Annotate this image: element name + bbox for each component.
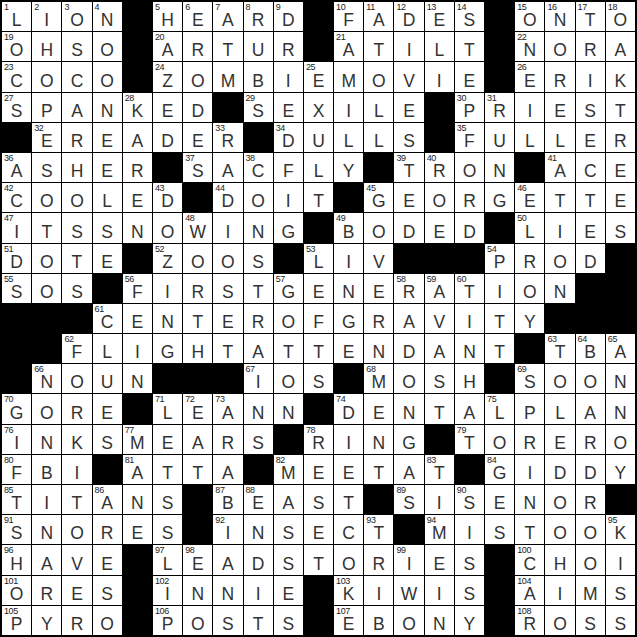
cell-r17c8[interactable]: 87B — [213, 485, 242, 514]
cell-r8c1[interactable]: 47I — [2, 213, 31, 242]
cell-r1c7[interactable]: 6E — [183, 2, 212, 31]
cell-r3c6[interactable]: 24Z — [153, 62, 182, 91]
cell-r9c19[interactable]: O — [545, 244, 574, 273]
cell-r6c21[interactable]: E — [606, 153, 635, 182]
cell-r2c16[interactable]: T — [455, 32, 484, 61]
cell-r16c3[interactable]: I — [62, 455, 91, 484]
cell-r9c18[interactable]: R — [515, 244, 544, 273]
cell-r5c16[interactable]: 35F — [455, 123, 484, 152]
cell-r7c16[interactable]: R — [455, 183, 484, 212]
cell-r6c7[interactable]: 37S — [183, 153, 212, 182]
cell-r20c12[interactable]: 103K — [334, 576, 363, 605]
cell-r17c10[interactable]: A — [274, 485, 303, 514]
cell-r2c13[interactable]: T — [364, 32, 393, 61]
cell-r10c17[interactable]: I — [485, 274, 514, 303]
cell-r14c6[interactable]: 71L — [153, 394, 182, 423]
cell-r19c4[interactable]: E — [93, 545, 122, 574]
cell-r13c3[interactable]: O — [62, 364, 91, 393]
cell-r18c6[interactable]: S — [153, 515, 182, 544]
cell-r20c9[interactable]: I — [244, 576, 273, 605]
cell-r11c14[interactable]: A — [394, 304, 423, 333]
cell-r5c12[interactable]: L — [334, 123, 363, 152]
cell-r17c1[interactable]: 85T — [2, 485, 31, 514]
cell-r21c21[interactable]: S — [606, 606, 635, 635]
cell-r3c12[interactable]: M — [334, 62, 363, 91]
cell-r19c9[interactable]: D — [244, 545, 273, 574]
cell-r7c11[interactable]: T — [304, 183, 333, 212]
cell-r5c11[interactable]: U — [304, 123, 333, 152]
cell-r12c14[interactable]: D — [394, 334, 423, 363]
cell-r2c21[interactable]: A — [606, 32, 635, 61]
cell-r19c19[interactable]: H — [545, 545, 574, 574]
cell-r12c15[interactable]: A — [425, 334, 454, 363]
cell-r14c14[interactable]: N — [394, 394, 423, 423]
cell-r9c11[interactable]: 53L — [304, 244, 333, 273]
cell-r21c16[interactable]: Y — [455, 606, 484, 635]
cell-r3c2[interactable]: O — [32, 62, 61, 91]
cell-r2c14[interactable]: I — [394, 32, 423, 61]
cell-r13c11[interactable]: S — [304, 364, 333, 393]
cell-r18c5[interactable]: E — [123, 515, 152, 544]
cell-r4c18[interactable]: I — [515, 93, 544, 122]
cell-r9c6[interactable]: 52Z — [153, 244, 182, 273]
cell-r11c7[interactable]: T — [183, 304, 212, 333]
cell-r6c5[interactable]: R — [123, 153, 152, 182]
cell-r1c18[interactable]: 15O — [515, 2, 544, 31]
cell-r1c6[interactable]: 5H — [153, 2, 182, 31]
cell-r21c2[interactable]: Y — [32, 606, 61, 635]
cell-r1c19[interactable]: 16N — [545, 2, 574, 31]
cell-r21c15[interactable]: N — [425, 606, 454, 635]
cell-r15c9[interactable]: S — [244, 425, 273, 454]
cell-r17c18[interactable]: N — [515, 485, 544, 514]
cell-r5c19[interactable]: L — [545, 123, 574, 152]
cell-r21c8[interactable]: S — [213, 606, 242, 635]
cell-r15c21[interactable]: O — [606, 425, 635, 454]
cell-r3c21[interactable]: K — [606, 62, 635, 91]
cell-r3c11[interactable]: 25E — [304, 62, 333, 91]
cell-r15c6[interactable]: E — [153, 425, 182, 454]
cell-r14c13[interactable]: E — [364, 394, 393, 423]
cell-r16c20[interactable]: D — [576, 455, 605, 484]
cell-r19c21[interactable]: I — [606, 545, 635, 574]
cell-r7c21[interactable]: E — [606, 183, 635, 212]
cell-r12c3[interactable]: 62F — [62, 334, 91, 363]
cell-r3c20[interactable]: I — [576, 62, 605, 91]
cell-r20c8[interactable]: N — [213, 576, 242, 605]
cell-r1c15[interactable]: 13E — [425, 2, 454, 31]
cell-r21c7[interactable]: O — [183, 606, 212, 635]
cell-r5c10[interactable]: 34D — [274, 123, 303, 152]
cell-r17c11[interactable]: S — [304, 485, 333, 514]
cell-r19c2[interactable]: A — [32, 545, 61, 574]
cell-r10c14[interactable]: 58R — [394, 274, 423, 303]
cell-r8c10[interactable]: G — [274, 213, 303, 242]
cell-r14c17[interactable]: 75L — [485, 394, 514, 423]
cell-r20c6[interactable]: 102I — [153, 576, 182, 605]
cell-r3c9[interactable]: B — [244, 62, 273, 91]
cell-r17c9[interactable]: 88E — [244, 485, 273, 514]
cell-r12c12[interactable]: E — [334, 334, 363, 363]
cell-r10c6[interactable]: I — [153, 274, 182, 303]
cell-r8c8[interactable]: I — [213, 213, 242, 242]
cell-r9c3[interactable]: T — [62, 244, 91, 273]
cell-r9c20[interactable]: D — [576, 244, 605, 273]
cell-r10c7[interactable]: R — [183, 274, 212, 303]
cell-r1c20[interactable]: 17T — [576, 2, 605, 31]
cell-r6c11[interactable]: L — [304, 153, 333, 182]
cell-r4c4[interactable]: N — [93, 93, 122, 122]
cell-r16c6[interactable]: T — [153, 455, 182, 484]
cell-r4c1[interactable]: 27S — [2, 93, 31, 122]
cell-r7c3[interactable]: O — [62, 183, 91, 212]
cell-r12c10[interactable]: T — [274, 334, 303, 363]
cell-r7c1[interactable]: 42C — [2, 183, 31, 212]
cell-r14c20[interactable]: A — [576, 394, 605, 423]
cell-r12c5[interactable]: I — [123, 334, 152, 363]
cell-r2c10[interactable]: R — [274, 32, 303, 61]
cell-r15c2[interactable]: N — [32, 425, 61, 454]
cell-r18c11[interactable]: E — [304, 515, 333, 544]
cell-r13c19[interactable]: O — [545, 364, 574, 393]
cell-r21c13[interactable]: B — [364, 606, 393, 635]
cell-r10c19[interactable]: N — [545, 274, 574, 303]
cell-r19c16[interactable]: S — [455, 545, 484, 574]
cell-r20c1[interactable]: 101O — [2, 576, 31, 605]
cell-r15c5[interactable]: 77M — [123, 425, 152, 454]
cell-r15c4[interactable]: S — [93, 425, 122, 454]
cell-r4c14[interactable]: E — [394, 93, 423, 122]
cell-r14c19[interactable]: L — [545, 394, 574, 423]
cell-r11c15[interactable]: V — [425, 304, 454, 333]
cell-r9c7[interactable]: O — [183, 244, 212, 273]
cell-r8c2[interactable]: T — [32, 213, 61, 242]
cell-r13c18[interactable]: 69S — [515, 364, 544, 393]
cell-r1c10[interactable]: 9D — [274, 2, 303, 31]
cell-r6c8[interactable]: A — [213, 153, 242, 182]
cell-r7c9[interactable]: O — [244, 183, 273, 212]
cell-r5c3[interactable]: R — [62, 123, 91, 152]
cell-r16c11[interactable]: E — [304, 455, 333, 484]
cell-r19c14[interactable]: 99I — [394, 545, 423, 574]
cell-r16c17[interactable]: 84G — [485, 455, 514, 484]
cell-r2c18[interactable]: 22N — [515, 32, 544, 61]
cell-r1c2[interactable]: 2I — [32, 2, 61, 31]
cell-r11c18[interactable]: Y — [515, 304, 544, 333]
cell-r12c20[interactable]: 64B — [576, 334, 605, 363]
cell-r6c1[interactable]: 36A — [2, 153, 31, 182]
cell-r8c4[interactable]: S — [93, 213, 122, 242]
cell-r3c18[interactable]: 26E — [515, 62, 544, 91]
cell-r18c9[interactable]: N — [244, 515, 273, 544]
cell-r21c6[interactable]: 106P — [153, 606, 182, 635]
cell-r20c7[interactable]: N — [183, 576, 212, 605]
cell-r12c6[interactable]: G — [153, 334, 182, 363]
cell-r8c13[interactable]: O — [364, 213, 393, 242]
cell-r15c12[interactable]: I — [334, 425, 363, 454]
cell-r14c3[interactable]: R — [62, 394, 91, 423]
cell-r11c4[interactable]: 61C — [93, 304, 122, 333]
cell-r17c14[interactable]: 89S — [394, 485, 423, 514]
cell-r7c8[interactable]: 44D — [213, 183, 242, 212]
cell-r16c15[interactable]: 83T — [425, 455, 454, 484]
cell-r15c8[interactable]: R — [213, 425, 242, 454]
cell-r4c6[interactable]: E — [153, 93, 182, 122]
cell-r13c2[interactable]: 66N — [32, 364, 61, 393]
cell-r9c13[interactable]: V — [364, 244, 393, 273]
cell-r13c16[interactable]: H — [455, 364, 484, 393]
cell-r8c9[interactable]: N — [244, 213, 273, 242]
cell-r18c4[interactable]: R — [93, 515, 122, 544]
cell-r21c19[interactable]: O — [545, 606, 574, 635]
cell-r10c8[interactable]: S — [213, 274, 242, 303]
cell-r5c4[interactable]: E — [93, 123, 122, 152]
cell-r10c5[interactable]: 56F — [123, 274, 152, 303]
cell-r18c15[interactable]: 94M — [425, 515, 454, 544]
cell-r5c21[interactable]: R — [606, 123, 635, 152]
cell-r1c14[interactable]: 12D — [394, 2, 423, 31]
cell-r12c21[interactable]: 65A — [606, 334, 635, 363]
cell-r12c19[interactable]: 63T — [545, 334, 574, 363]
cell-r2c8[interactable]: T — [213, 32, 242, 61]
cell-r9c12[interactable]: I — [334, 244, 363, 273]
cell-r9c1[interactable]: 51D — [2, 244, 31, 273]
cell-r13c15[interactable]: S — [425, 364, 454, 393]
cell-r16c14[interactable]: A — [394, 455, 423, 484]
cell-r11c11[interactable]: F — [304, 304, 333, 333]
cell-r11c10[interactable]: O — [274, 304, 303, 333]
cell-r7c2[interactable]: O — [32, 183, 61, 212]
cell-r10c10[interactable]: 57G — [274, 274, 303, 303]
cell-r11c6[interactable]: N — [153, 304, 182, 333]
cell-r7c20[interactable]: T — [576, 183, 605, 212]
cell-r12c8[interactable]: T — [213, 334, 242, 363]
cell-r19c20[interactable]: O — [576, 545, 605, 574]
cell-r6c14[interactable]: 39T — [394, 153, 423, 182]
cell-r7c15[interactable]: O — [425, 183, 454, 212]
cell-r5c20[interactable]: E — [576, 123, 605, 152]
cell-r7c18[interactable]: 46E — [515, 183, 544, 212]
cell-r19c3[interactable]: V — [62, 545, 91, 574]
cell-r6c17[interactable]: N — [485, 153, 514, 182]
cell-r8c5[interactable]: N — [123, 213, 152, 242]
cell-r21c20[interactable]: S — [576, 606, 605, 635]
cell-r10c9[interactable]: T — [244, 274, 273, 303]
cell-r13c14[interactable]: O — [394, 364, 423, 393]
cell-r4c10[interactable]: E — [274, 93, 303, 122]
cell-r11c16[interactable]: I — [455, 304, 484, 333]
cell-r1c13[interactable]: 11A — [364, 2, 393, 31]
cell-r15c20[interactable]: R — [576, 425, 605, 454]
cell-r6c16[interactable]: O — [455, 153, 484, 182]
cell-r11c9[interactable]: R — [244, 304, 273, 333]
cell-r6c2[interactable]: S — [32, 153, 61, 182]
cell-r5c14[interactable]: S — [394, 123, 423, 152]
cell-r16c8[interactable]: A — [213, 455, 242, 484]
cell-r15c13[interactable]: N — [364, 425, 393, 454]
cell-r15c17[interactable]: O — [485, 425, 514, 454]
cell-r9c9[interactable]: S — [244, 244, 273, 273]
cell-r15c3[interactable]: K — [62, 425, 91, 454]
cell-r8c20[interactable]: E — [576, 213, 605, 242]
cell-r18c2[interactable]: N — [32, 515, 61, 544]
cell-r2c4[interactable]: O — [93, 32, 122, 61]
cell-r19c13[interactable]: R — [364, 545, 393, 574]
cell-r18c19[interactable]: O — [545, 515, 574, 544]
cell-r14c1[interactable]: 70G — [2, 394, 31, 423]
cell-r18c17[interactable]: S — [485, 515, 514, 544]
cell-r11c13[interactable]: R — [364, 304, 393, 333]
cell-r14c2[interactable]: O — [32, 394, 61, 423]
cell-r18c16[interactable]: I — [455, 515, 484, 544]
cell-r2c2[interactable]: H — [32, 32, 61, 61]
cell-r10c13[interactable]: E — [364, 274, 393, 303]
cell-r15c11[interactable]: 78R — [304, 425, 333, 454]
cell-r20c10[interactable]: E — [274, 576, 303, 605]
cell-r4c16[interactable]: 30P — [455, 93, 484, 122]
cell-r18c12[interactable]: C — [334, 515, 363, 544]
cell-r4c11[interactable]: X — [304, 93, 333, 122]
cell-r11c8[interactable]: E — [213, 304, 242, 333]
cell-r2c9[interactable]: U — [244, 32, 273, 61]
cell-r3c13[interactable]: O — [364, 62, 393, 91]
cell-r4c12[interactable]: I — [334, 93, 363, 122]
cell-r1c3[interactable]: 3O — [62, 2, 91, 31]
cell-r2c7[interactable]: R — [183, 32, 212, 61]
cell-r17c15[interactable]: I — [425, 485, 454, 514]
cell-r14c10[interactable]: N — [274, 394, 303, 423]
cell-r5c2[interactable]: 32E — [32, 123, 61, 152]
cell-r4c21[interactable]: T — [606, 93, 635, 122]
cell-r5c7[interactable]: E — [183, 123, 212, 152]
cell-r14c9[interactable]: N — [244, 394, 273, 423]
cell-r6c12[interactable]: Y — [334, 153, 363, 182]
cell-r9c2[interactable]: O — [32, 244, 61, 273]
cell-r16c5[interactable]: 81A — [123, 455, 152, 484]
cell-r16c12[interactable]: E — [334, 455, 363, 484]
cell-r10c1[interactable]: 55S — [2, 274, 31, 303]
cell-r6c20[interactable]: C — [576, 153, 605, 182]
cell-r6c3[interactable]: H — [62, 153, 91, 182]
cell-r14c18[interactable]: P — [515, 394, 544, 423]
cell-r5c8[interactable]: 33R — [213, 123, 242, 152]
cell-r7c5[interactable]: E — [123, 183, 152, 212]
cell-r8c19[interactable]: I — [545, 213, 574, 242]
cell-r1c21[interactable]: 18O — [606, 2, 635, 31]
cell-r14c12[interactable]: 74D — [334, 394, 363, 423]
cell-r15c18[interactable]: R — [515, 425, 544, 454]
cell-r16c1[interactable]: 80F — [2, 455, 31, 484]
cell-r7c13[interactable]: 45G — [364, 183, 393, 212]
cell-r8c12[interactable]: 49B — [334, 213, 363, 242]
cell-r16c21[interactable]: Y — [606, 455, 635, 484]
cell-r21c18[interactable]: 108R — [515, 606, 544, 635]
cell-r8c14[interactable]: D — [394, 213, 423, 242]
cell-r19c18[interactable]: 100C — [515, 545, 544, 574]
cell-r2c15[interactable]: L — [425, 32, 454, 61]
cell-r1c8[interactable]: 7A — [213, 2, 242, 31]
cell-r4c9[interactable]: 29S — [244, 93, 273, 122]
cell-r9c4[interactable]: E — [93, 244, 122, 273]
cell-r17c2[interactable]: I — [32, 485, 61, 514]
cell-r8c18[interactable]: 50L — [515, 213, 544, 242]
cell-r10c2[interactable]: O — [32, 274, 61, 303]
cell-r10c11[interactable]: E — [304, 274, 333, 303]
cell-r5c5[interactable]: A — [123, 123, 152, 152]
cell-r13c5[interactable]: N — [123, 364, 152, 393]
cell-r19c8[interactable]: A — [213, 545, 242, 574]
cell-r20c4[interactable]: S — [93, 576, 122, 605]
cell-r20c18[interactable]: 104A — [515, 576, 544, 605]
cell-r15c14[interactable]: G — [394, 425, 423, 454]
cell-r12c16[interactable]: N — [455, 334, 484, 363]
cell-r21c14[interactable]: O — [394, 606, 423, 635]
cell-r10c16[interactable]: 60T — [455, 274, 484, 303]
cell-r6c9[interactable]: 38C — [244, 153, 273, 182]
cell-r19c11[interactable]: T — [304, 545, 333, 574]
cell-r16c7[interactable]: T — [183, 455, 212, 484]
cell-r3c4[interactable]: O — [93, 62, 122, 91]
cell-r19c10[interactable]: S — [274, 545, 303, 574]
cell-r18c1[interactable]: 91S — [2, 515, 31, 544]
cell-r20c16[interactable]: S — [455, 576, 484, 605]
cell-r6c10[interactable]: F — [274, 153, 303, 182]
cell-r15c7[interactable]: A — [183, 425, 212, 454]
cell-r14c8[interactable]: 73A — [213, 394, 242, 423]
cell-r3c8[interactable]: M — [213, 62, 242, 91]
cell-r12c13[interactable]: N — [364, 334, 393, 363]
cell-r4c3[interactable]: A — [62, 93, 91, 122]
cell-r13c21[interactable]: N — [606, 364, 635, 393]
cell-r18c10[interactable]: S — [274, 515, 303, 544]
cell-r2c3[interactable]: S — [62, 32, 91, 61]
cell-r20c19[interactable]: I — [545, 576, 574, 605]
cell-r21c12[interactable]: 107E — [334, 606, 363, 635]
cell-r4c17[interactable]: 31R — [485, 93, 514, 122]
cell-r17c5[interactable]: N — [123, 485, 152, 514]
cell-r2c1[interactable]: 19O — [2, 32, 31, 61]
cell-r21c4[interactable]: O — [93, 606, 122, 635]
cell-r9c8[interactable]: O — [213, 244, 242, 273]
cell-r4c13[interactable]: L — [364, 93, 393, 122]
cell-r6c19[interactable]: 41A — [545, 153, 574, 182]
cell-r3c10[interactable]: I — [274, 62, 303, 91]
cell-r11c5[interactable]: E — [123, 304, 152, 333]
cell-r1c4[interactable]: 4N — [93, 2, 122, 31]
cell-r3c1[interactable]: 23C — [2, 62, 31, 91]
cell-r1c12[interactable]: 10F — [334, 2, 363, 31]
cell-r17c20[interactable]: R — [576, 485, 605, 514]
cell-r10c12[interactable]: N — [334, 274, 363, 303]
cell-r10c15[interactable]: 59A — [425, 274, 454, 303]
cell-r15c16[interactable]: 79T — [455, 425, 484, 454]
cell-r12c7[interactable]: H — [183, 334, 212, 363]
cell-r18c13[interactable]: 93T — [364, 515, 393, 544]
cell-r11c12[interactable]: G — [334, 304, 363, 333]
cell-r14c21[interactable]: N — [606, 394, 635, 423]
cell-r5c17[interactable]: U — [485, 123, 514, 152]
cell-r13c9[interactable]: 67I — [244, 364, 273, 393]
cell-r15c1[interactable]: 76I — [2, 425, 31, 454]
cell-r20c15[interactable]: I — [425, 576, 454, 605]
cell-r18c18[interactable]: T — [515, 515, 544, 544]
cell-r16c10[interactable]: 82M — [274, 455, 303, 484]
cell-r4c2[interactable]: P — [32, 93, 61, 122]
cell-r1c16[interactable]: 14S — [455, 2, 484, 31]
cell-r18c21[interactable]: 95K — [606, 515, 635, 544]
cell-r8c21[interactable]: S — [606, 213, 635, 242]
cell-r14c15[interactable]: T — [425, 394, 454, 423]
